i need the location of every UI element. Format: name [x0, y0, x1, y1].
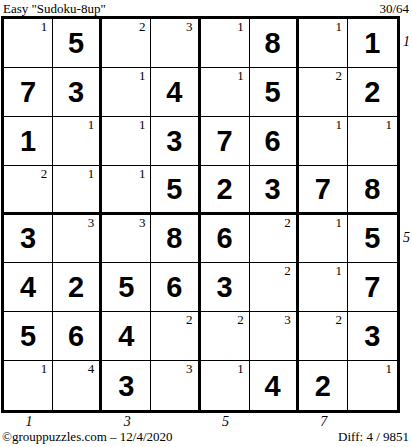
grid-cell-r7c5[interactable]: 2 — [201, 312, 250, 361]
cell-value: 8 — [166, 223, 182, 253]
grid-cell-r8c2[interactable]: 4 — [53, 361, 102, 410]
cell-value: 3 — [216, 272, 232, 302]
grid-cell-r7c2[interactable]: 6 — [53, 312, 102, 361]
row-label-5: 5 — [403, 231, 410, 245]
grid-cell-r8c5[interactable]: 1 — [201, 361, 250, 410]
cell-value: 6 — [265, 126, 281, 156]
grid-cell-r4c7[interactable]: 7 — [299, 166, 348, 215]
pencil-mark: 2 — [335, 69, 342, 82]
cell-value: 3 — [265, 174, 281, 204]
cell-value: 5 — [68, 28, 84, 58]
pencil-mark: 1 — [386, 118, 393, 131]
pencil-mark: 1 — [335, 216, 342, 229]
cell-value: 5 — [118, 272, 134, 302]
grid-cell-r7c7[interactable]: 2 — [299, 312, 348, 361]
pencil-mark: 1 — [335, 118, 342, 131]
pencil-mark: 1 — [139, 69, 146, 82]
pencil-mark: 3 — [88, 216, 95, 229]
grid-cell-r4c3[interactable]: 1 — [102, 166, 151, 215]
cell-value: 3 — [20, 223, 36, 253]
grid-cell-r7c6[interactable]: 3 — [250, 312, 299, 361]
puzzle-page: Easy "Sudoku-8up" 30/64 1523181173141522… — [0, 0, 412, 447]
pencil-mark: 2 — [41, 167, 48, 180]
cell-value: 6 — [216, 223, 232, 253]
pencil-mark: 4 — [88, 362, 95, 375]
cell-value: 5 — [364, 223, 380, 253]
cell-value: 8 — [265, 28, 281, 58]
sudoku-board: 1523181173141522111376112115237833386215… — [1, 16, 400, 413]
pencil-mark: 1 — [237, 20, 244, 33]
puzzle-counter: 30/64 — [379, 1, 409, 17]
pencil-mark: 3 — [284, 313, 291, 326]
puzzle-title: Easy "Sudoku-8up" — [3, 1, 106, 17]
grid-cell-r2c2[interactable]: 3 — [53, 68, 102, 117]
cell-value: 4 — [118, 321, 134, 351]
grid-cell-r2c1[interactable]: 7 — [4, 68, 53, 117]
grid-cell-r3c3[interactable]: 1 — [102, 117, 151, 166]
grid-cell-r6c5[interactable]: 3 — [201, 263, 250, 312]
pencil-mark: 3 — [139, 216, 146, 229]
grid-cell-r1c2[interactable]: 5 — [53, 19, 102, 68]
cell-value: 7 — [315, 174, 331, 204]
grid-cell-r3c1[interactable]: 1 — [4, 117, 53, 166]
cell-value: 5 — [20, 321, 36, 351]
pencil-mark: 2 — [284, 264, 291, 277]
grid-cell-r3c5[interactable]: 7 — [201, 117, 250, 166]
pencil-mark: 1 — [41, 362, 48, 375]
grid-cell-r3c2[interactable]: 1 — [53, 117, 102, 166]
col-label-1: 1 — [26, 415, 33, 429]
grid-cell-r6c6[interactable]: 2 — [250, 263, 299, 312]
pencil-mark: 1 — [237, 362, 244, 375]
pencil-mark: 1 — [335, 20, 342, 33]
grid-cell-r1c6[interactable]: 8 — [250, 19, 299, 68]
cell-value: 4 — [166, 77, 182, 107]
pencil-mark: 1 — [386, 362, 393, 375]
cell-value: 6 — [68, 321, 84, 351]
pencil-mark: 1 — [41, 20, 48, 33]
copyright-text: ©grouppuzzles.com – 12/4/2020 — [2, 429, 173, 445]
pencil-mark: 1 — [88, 167, 95, 180]
grid-cell-r8c3[interactable]: 3 — [102, 361, 151, 410]
grid-cell-r6c8[interactable]: 7 — [348, 263, 397, 312]
grid-cell-r1c8[interactable]: 1 — [348, 19, 397, 68]
cell-value: 1 — [20, 126, 36, 156]
grid-cell-r8c6[interactable]: 4 — [250, 361, 299, 410]
cell-value: 2 — [364, 77, 380, 107]
difficulty-text: Diff: 4 / 9851 — [338, 429, 409, 445]
grid-cell-r2c4[interactable]: 4 — [151, 68, 200, 117]
grid-cell-r6c7[interactable]: 1 — [299, 263, 348, 312]
cell-value: 8 — [364, 174, 380, 204]
grid-cell-r5c6[interactable]: 2 — [250, 215, 299, 264]
grid-cell-r5c4[interactable]: 8 — [151, 215, 200, 264]
grid-cell-r4c2[interactable]: 1 — [53, 166, 102, 215]
grid-cell-r6c2[interactable]: 2 — [53, 263, 102, 312]
cell-value: 2 — [315, 371, 331, 401]
cell-value: 6 — [166, 272, 182, 302]
grid-cell-r3c6[interactable]: 6 — [250, 117, 299, 166]
grid-cell-r4c8[interactable]: 8 — [348, 166, 397, 215]
pencil-mark: 1 — [237, 69, 244, 82]
cell-value: 3 — [118, 371, 134, 401]
grid-cell-r5c5[interactable]: 6 — [201, 215, 250, 264]
grid-cell-r4c5[interactable]: 2 — [201, 166, 250, 215]
pencil-mark: 2 — [139, 20, 146, 33]
grid-cell-r7c3[interactable]: 4 — [102, 312, 151, 361]
col-label-3: 3 — [124, 415, 131, 429]
grid-cell-r2c8[interactable]: 2 — [348, 68, 397, 117]
pencil-mark: 2 — [284, 216, 291, 229]
cell-value: 3 — [68, 77, 84, 107]
grid-cell-r3c7[interactable]: 1 — [299, 117, 348, 166]
pencil-mark: 2 — [186, 313, 193, 326]
grid-cell-r6c1[interactable]: 4 — [4, 263, 53, 312]
cell-value: 4 — [20, 272, 36, 302]
cell-value: 7 — [364, 272, 380, 302]
grid-cell-r1c7[interactable]: 1 — [299, 19, 348, 68]
cell-value: 2 — [68, 272, 84, 302]
pencil-mark: 1 — [139, 167, 146, 180]
grid-cell-r7c8[interactable]: 3 — [348, 312, 397, 361]
pencil-mark: 2 — [335, 313, 342, 326]
col-label-5: 5 — [222, 415, 229, 429]
cell-value: 4 — [265, 371, 281, 401]
cell-value: 7 — [216, 126, 232, 156]
grid-cell-r1c4[interactable]: 3 — [151, 19, 200, 68]
pencil-mark: 1 — [335, 264, 342, 277]
cell-value: 3 — [364, 321, 380, 351]
grid-cell-r5c8[interactable]: 5 — [348, 215, 397, 264]
grid-cell-r5c7[interactable]: 1 — [299, 215, 348, 264]
grid-cell-r2c5[interactable]: 1 — [201, 68, 250, 117]
grid-cell-r7c4[interactable]: 2 — [151, 312, 200, 361]
grid-cell-r5c3[interactable]: 3 — [102, 215, 151, 264]
cell-value: 7 — [20, 77, 36, 107]
grid-cell-r4c4[interactable]: 5 — [151, 166, 200, 215]
grid-cell-r4c1[interactable]: 2 — [4, 166, 53, 215]
grid-cell-r4c6[interactable]: 3 — [250, 166, 299, 215]
grid-cell-r1c5[interactable]: 1 — [201, 19, 250, 68]
grid-cell-r8c7[interactable]: 2 — [299, 361, 348, 410]
pencil-mark: 3 — [186, 20, 193, 33]
pencil-mark: 1 — [139, 118, 146, 131]
grid-cell-r8c4[interactable]: 3 — [151, 361, 200, 410]
pencil-mark: 2 — [237, 313, 244, 326]
grid-cell-r1c1[interactable]: 1 — [4, 19, 53, 68]
grid-cell-r8c1[interactable]: 1 — [4, 361, 53, 410]
grid-cell-r6c4[interactable]: 6 — [151, 263, 200, 312]
grid-cell-r8c8[interactable]: 1 — [348, 361, 397, 410]
cell-value: 5 — [166, 174, 182, 204]
cell-value: 1 — [364, 28, 380, 58]
grid-cell-r3c4[interactable]: 3 — [151, 117, 200, 166]
col-label-7: 7 — [320, 415, 327, 429]
cell-value: 3 — [166, 126, 182, 156]
grid-cell-r6c3[interactable]: 5 — [102, 263, 151, 312]
grid-cell-r2c7[interactable]: 2 — [299, 68, 348, 117]
grid-cell-r5c2[interactable]: 3 — [53, 215, 102, 264]
grid-cell-r2c3[interactable]: 1 — [102, 68, 151, 117]
cell-value: 2 — [216, 174, 232, 204]
grid-cell-r3c8[interactable]: 1 — [348, 117, 397, 166]
pencil-mark: 3 — [186, 362, 193, 375]
grid-cell-r7c1[interactable]: 5 — [4, 312, 53, 361]
grid-cell-r1c3[interactable]: 2 — [102, 19, 151, 68]
grid-cell-r2c6[interactable]: 5 — [250, 68, 299, 117]
grid-cell-r5c1[interactable]: 3 — [4, 215, 53, 264]
cell-value: 5 — [265, 77, 281, 107]
row-label-1: 1 — [403, 35, 410, 49]
pencil-mark: 1 — [88, 118, 95, 131]
